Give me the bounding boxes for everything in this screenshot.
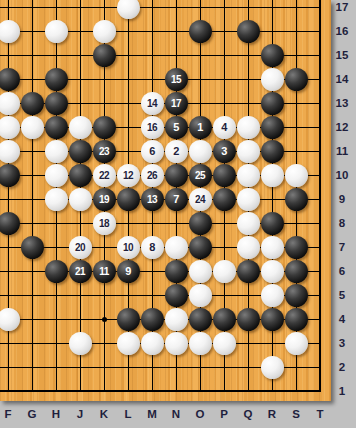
column-label-R: R (264, 405, 280, 423)
stone-J9-white[interactable] (69, 188, 92, 211)
stone-F8-black[interactable] (0, 212, 20, 235)
stone-O11-white[interactable] (189, 140, 212, 163)
stone-R14-white[interactable] (261, 68, 284, 91)
stone-L6-black[interactable]: 9 (117, 260, 140, 283)
stone-F12-white[interactable] (0, 116, 20, 139)
stone-Q4-black[interactable] (237, 308, 260, 331)
move-number-11: 11 (93, 260, 116, 283)
stone-F10-black[interactable] (0, 164, 20, 187)
stone-N3-white[interactable] (165, 332, 188, 355)
stone-N11-white[interactable]: 2 (165, 140, 188, 163)
stone-H14-black[interactable] (45, 68, 68, 91)
stone-L9-black[interactable] (117, 188, 140, 211)
stone-M13-white[interactable]: 14 (141, 92, 164, 115)
stone-R12-black[interactable] (261, 116, 284, 139)
stone-R13-black[interactable] (261, 92, 284, 115)
move-number-9: 9 (117, 260, 140, 283)
stone-Q8-white[interactable] (237, 212, 260, 235)
stone-K9-black[interactable]: 19 (93, 188, 116, 211)
row-label-13: 13 (332, 95, 352, 111)
row-label-2: 2 (332, 359, 352, 375)
stone-H9-white[interactable] (45, 188, 68, 211)
move-number-22: 22 (93, 164, 116, 187)
stone-K15-black[interactable] (93, 44, 116, 67)
column-label-S: S (288, 405, 304, 423)
row-label-11: 11 (332, 143, 352, 159)
stone-O10-black[interactable]: 25 (189, 164, 212, 187)
stone-R10-white[interactable] (261, 164, 284, 187)
column-label-L: L (120, 405, 136, 423)
grid-line-row-17 (0, 7, 321, 8)
row-label-4: 4 (332, 311, 352, 327)
move-number-21: 21 (69, 260, 92, 283)
row-label-10: 10 (332, 167, 352, 183)
stone-N6-black[interactable] (165, 260, 188, 283)
stone-K8-white[interactable]: 18 (93, 212, 116, 235)
stone-F16-white[interactable] (0, 20, 20, 43)
move-number-14: 14 (141, 92, 164, 115)
grid-line-col-T (319, 0, 321, 392)
stone-L10-white[interactable]: 12 (117, 164, 140, 187)
move-number-6: 6 (141, 140, 164, 163)
go-board-screenshot: 1514171651423623221226251913724182010821… (0, 0, 356, 428)
row-label-15: 15 (332, 47, 352, 63)
row-label-16: 16 (332, 23, 352, 39)
stone-L17-white[interactable] (117, 0, 140, 19)
stone-G7-black[interactable] (21, 236, 44, 259)
move-number-16: 16 (141, 116, 164, 139)
stone-N13-black[interactable]: 17 (165, 92, 188, 115)
stone-S5-black[interactable] (285, 284, 308, 307)
move-number-19: 19 (93, 188, 116, 211)
stone-S4-black[interactable] (285, 308, 308, 331)
stone-H16-white[interactable] (45, 20, 68, 43)
stone-O16-black[interactable] (189, 20, 212, 43)
stone-K6-black[interactable]: 11 (93, 260, 116, 283)
stone-J12-white[interactable] (69, 116, 92, 139)
stone-N14-black[interactable]: 15 (165, 68, 188, 91)
stone-M4-black[interactable] (141, 308, 164, 331)
stone-M9-black[interactable]: 13 (141, 188, 164, 211)
stone-M11-white[interactable]: 6 (141, 140, 164, 163)
move-number-2: 2 (165, 140, 188, 163)
stone-R7-white[interactable] (261, 236, 284, 259)
stone-O6-white[interactable] (189, 260, 212, 283)
column-label-H: H (48, 405, 64, 423)
stone-S10-white[interactable] (285, 164, 308, 187)
stone-M10-white[interactable]: 26 (141, 164, 164, 187)
row-label-5: 5 (332, 287, 352, 303)
stone-R8-black[interactable] (261, 212, 284, 235)
stone-L7-white[interactable]: 10 (117, 236, 140, 259)
stone-P6-white[interactable] (213, 260, 236, 283)
stone-S3-white[interactable] (285, 332, 308, 355)
move-number-18: 18 (93, 212, 116, 235)
stone-Q6-black[interactable] (237, 260, 260, 283)
stone-O8-black[interactable] (189, 212, 212, 235)
stone-S14-black[interactable] (285, 68, 308, 91)
move-number-8: 8 (141, 236, 164, 259)
row-label-9: 9 (332, 191, 352, 207)
column-label-G: G (24, 405, 40, 423)
grid-line-col-F (8, 0, 9, 392)
stone-O9-white[interactable]: 24 (189, 188, 212, 211)
move-number-1: 1 (189, 116, 212, 139)
stone-O7-black[interactable] (189, 236, 212, 259)
stone-S9-black[interactable] (285, 188, 308, 211)
stone-J7-white[interactable]: 20 (69, 236, 92, 259)
stone-N7-white[interactable] (165, 236, 188, 259)
stone-P4-black[interactable] (213, 308, 236, 331)
move-number-4: 4 (213, 116, 236, 139)
stone-G12-white[interactable] (21, 116, 44, 139)
move-number-7: 7 (165, 188, 188, 211)
stone-H10-white[interactable] (45, 164, 68, 187)
row-label-17: 17 (332, 0, 352, 15)
stone-R6-white[interactable] (261, 260, 284, 283)
row-label-14: 14 (332, 71, 352, 87)
stone-N12-black[interactable]: 5 (165, 116, 188, 139)
column-label-K: K (96, 405, 112, 423)
stone-L3-white[interactable] (117, 332, 140, 355)
stone-O12-black[interactable]: 1 (189, 116, 212, 139)
stone-M7-white[interactable]: 8 (141, 236, 164, 259)
stone-S6-black[interactable] (285, 260, 308, 283)
move-number-24: 24 (189, 188, 212, 211)
stone-N9-black[interactable]: 7 (165, 188, 188, 211)
stone-P9-black[interactable] (213, 188, 236, 211)
row-label-6: 6 (332, 263, 352, 279)
stone-H6-black[interactable] (45, 260, 68, 283)
stone-M12-white[interactable]: 16 (141, 116, 164, 139)
stone-Q16-black[interactable] (237, 20, 260, 43)
stone-R5-white[interactable] (261, 284, 284, 307)
stone-J3-white[interactable] (69, 332, 92, 355)
stone-R2-white[interactable] (261, 356, 284, 379)
star-point-K4 (102, 317, 107, 322)
stone-O4-black[interactable] (189, 308, 212, 331)
stone-O3-white[interactable] (189, 332, 212, 355)
grid-line-row-1 (0, 390, 321, 392)
column-label-F: F (0, 405, 16, 423)
stone-P10-black[interactable] (213, 164, 236, 187)
stone-P3-white[interactable] (213, 332, 236, 355)
stone-H12-black[interactable] (45, 116, 68, 139)
stone-G13-black[interactable] (21, 92, 44, 115)
stone-R4-black[interactable] (261, 308, 284, 331)
stone-F4-white[interactable] (0, 308, 20, 331)
move-number-20: 20 (69, 236, 92, 259)
stone-Q7-white[interactable] (237, 236, 260, 259)
row-label-3: 3 (332, 335, 352, 351)
stone-Q9-white[interactable] (237, 188, 260, 211)
stone-F13-white[interactable] (0, 92, 20, 115)
column-label-P: P (216, 405, 232, 423)
column-label-N: N (168, 405, 184, 423)
stone-P12-white[interactable]: 4 (213, 116, 236, 139)
move-number-5: 5 (165, 116, 188, 139)
move-number-15: 15 (165, 68, 188, 91)
stone-Q10-white[interactable] (237, 164, 260, 187)
grid-line-col-G (32, 0, 33, 392)
move-number-26: 26 (141, 164, 164, 187)
move-number-12: 12 (117, 164, 140, 187)
move-number-10: 10 (117, 236, 140, 259)
stone-H11-white[interactable] (45, 140, 68, 163)
stone-F14-black[interactable] (0, 68, 20, 91)
stone-K10-white[interactable]: 22 (93, 164, 116, 187)
row-label-12: 12 (332, 119, 352, 135)
stone-J10-black[interactable] (69, 164, 92, 187)
stone-H13-black[interactable] (45, 92, 68, 115)
column-label-J: J (72, 405, 88, 423)
stone-Q11-white[interactable] (237, 140, 260, 163)
stone-N4-white[interactable] (165, 308, 188, 331)
stone-R15-black[interactable] (261, 44, 284, 67)
stone-N5-black[interactable] (165, 284, 188, 307)
move-number-13: 13 (141, 188, 164, 211)
stone-Q12-white[interactable] (237, 116, 260, 139)
move-number-25: 25 (189, 164, 212, 187)
stone-L4-black[interactable] (117, 308, 140, 331)
stone-R11-black[interactable] (261, 140, 284, 163)
move-number-17: 17 (165, 92, 188, 115)
column-label-O: O (192, 405, 208, 423)
stone-M3-white[interactable] (141, 332, 164, 355)
column-label-Q: Q (240, 405, 256, 423)
stone-N10-black[interactable] (165, 164, 188, 187)
stone-J11-black[interactable] (69, 140, 92, 163)
stone-P11-black[interactable]: 3 (213, 140, 236, 163)
row-label-1: 1 (332, 383, 352, 399)
stone-K12-black[interactable] (93, 116, 116, 139)
move-number-23: 23 (93, 140, 116, 163)
stone-J6-black[interactable]: 21 (69, 260, 92, 283)
stone-F11-white[interactable] (0, 140, 20, 163)
stone-K16-white[interactable] (93, 20, 116, 43)
move-number-3: 3 (213, 140, 236, 163)
stone-K11-black[interactable]: 23 (93, 140, 116, 163)
stone-O5-white[interactable] (189, 284, 212, 307)
column-label-M: M (144, 405, 160, 423)
column-label-T: T (312, 405, 328, 423)
row-label-8: 8 (332, 215, 352, 231)
stone-S7-black[interactable] (285, 236, 308, 259)
row-label-7: 7 (332, 239, 352, 255)
